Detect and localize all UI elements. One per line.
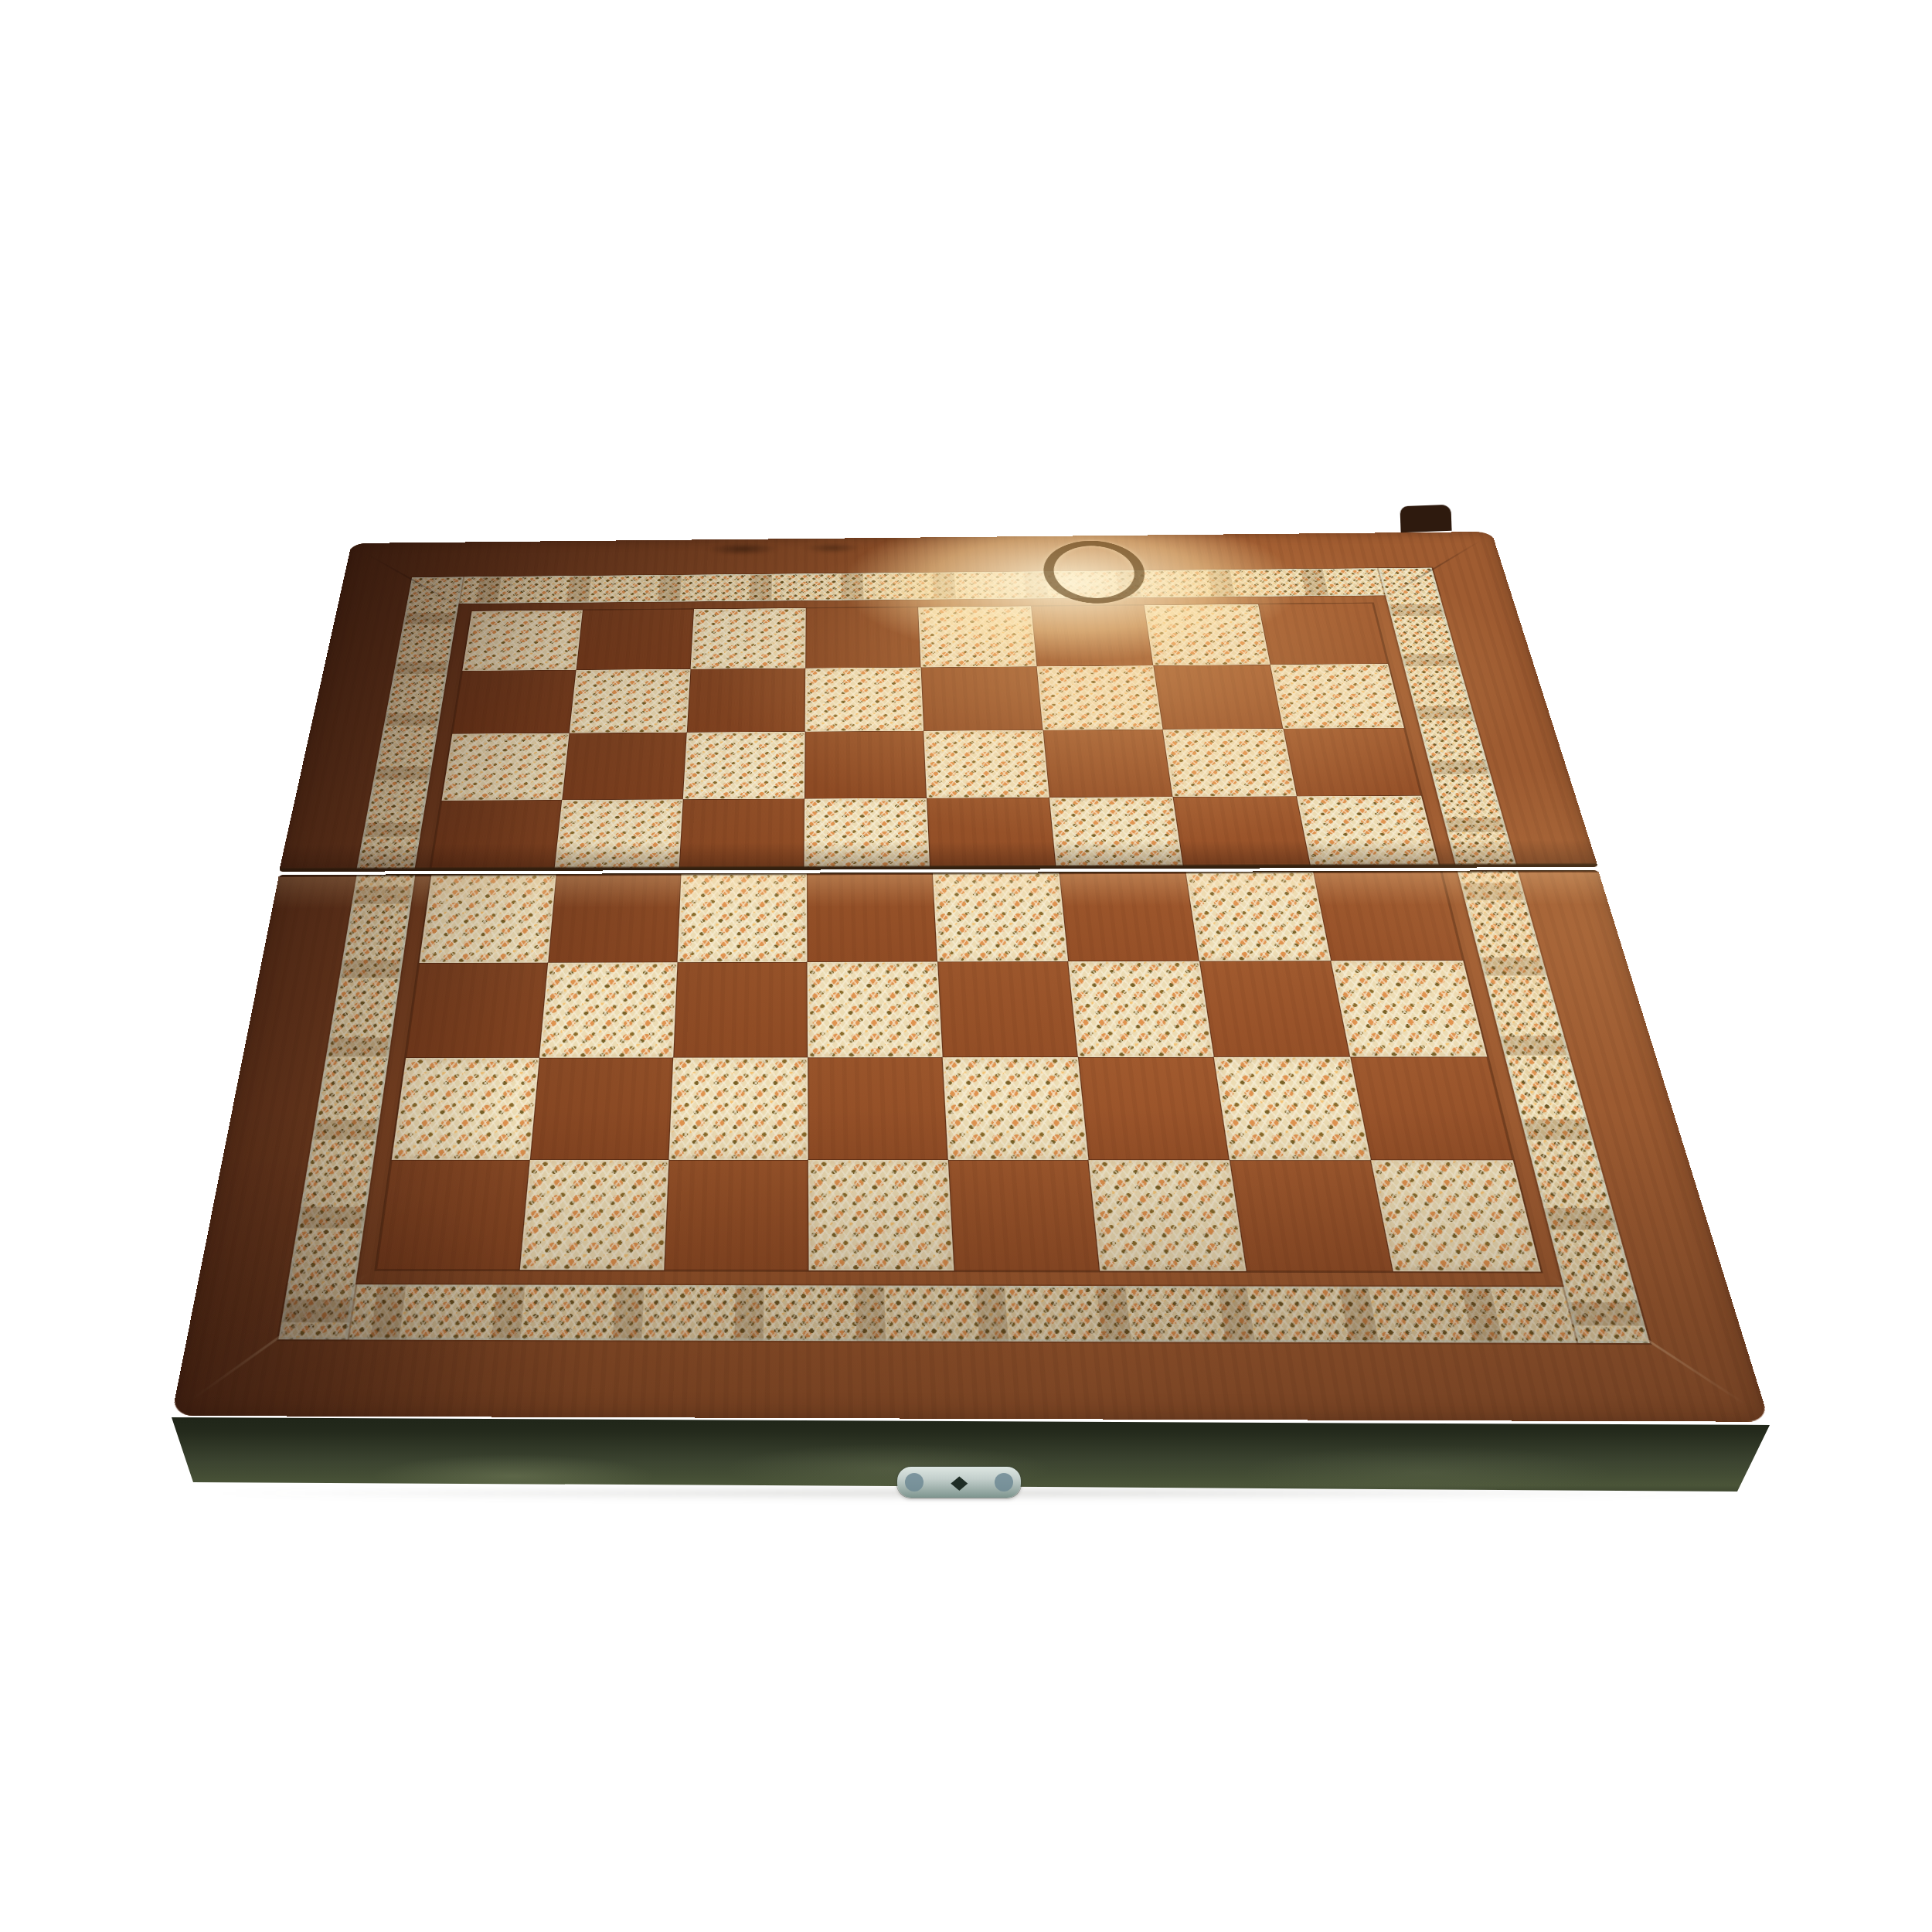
square-a2[interactable] <box>392 1058 539 1160</box>
square-d3[interactable] <box>807 961 942 1057</box>
board-near-half <box>172 870 1770 1422</box>
board-far-half <box>279 532 1598 872</box>
square-a7[interactable] <box>452 670 576 734</box>
square-c3[interactable] <box>673 962 808 1058</box>
square-d1[interactable] <box>808 1160 954 1270</box>
square-f3[interactable] <box>1068 961 1214 1057</box>
square-e2[interactable] <box>943 1057 1089 1160</box>
square-h1[interactable] <box>1371 1160 1541 1271</box>
hinge-bump <box>1400 505 1451 532</box>
square-d6[interactable] <box>804 731 927 799</box>
square-f6[interactable] <box>1043 730 1173 798</box>
khatam-border-bottom <box>278 1284 1650 1343</box>
square-d2[interactable] <box>808 1057 948 1160</box>
hinge-shadow-mark <box>707 543 779 556</box>
chess-field <box>378 604 1525 872</box>
square-h7[interactable] <box>1270 664 1404 729</box>
square-f8[interactable] <box>1031 605 1153 666</box>
chess-field <box>376 870 1541 1272</box>
photo-stage: ◆ <box>0 0 1932 1932</box>
square-f2[interactable] <box>1078 1057 1230 1160</box>
khatam-border-left <box>283 577 463 872</box>
square-g7[interactable] <box>1153 665 1283 730</box>
square-a3[interactable] <box>406 963 548 1058</box>
square-g2[interactable] <box>1214 1057 1371 1161</box>
square-h6[interactable] <box>1283 728 1421 797</box>
square-b6[interactable] <box>562 733 687 800</box>
square-f7[interactable] <box>1037 665 1163 730</box>
square-a1[interactable] <box>376 1160 530 1270</box>
square-e6[interactable] <box>923 730 1049 798</box>
square-e4[interactable] <box>930 869 1063 872</box>
square-e1[interactable] <box>948 1160 1100 1270</box>
square-g8[interactable] <box>1145 604 1270 665</box>
khatam-border-top <box>407 568 1440 604</box>
square-d7[interactable] <box>805 668 924 732</box>
square-c1[interactable] <box>664 1160 808 1270</box>
hinge-shadow-mark <box>804 543 861 554</box>
square-f1[interactable] <box>1088 1160 1246 1271</box>
square-a8[interactable] <box>462 610 583 671</box>
square-c8[interactable] <box>691 608 806 669</box>
square-e7[interactable] <box>921 666 1043 730</box>
latch-rivet-right <box>995 1473 1013 1492</box>
square-h8[interactable] <box>1258 604 1388 665</box>
square-g1[interactable] <box>1230 1160 1393 1271</box>
square-c2[interactable] <box>668 1057 808 1160</box>
square-e8[interactable] <box>918 606 1037 667</box>
square-e3[interactable] <box>937 961 1078 1057</box>
metal-latch-clasp[interactable]: ◆ <box>897 1467 1021 1498</box>
square-d8[interactable] <box>805 607 920 668</box>
square-c7[interactable] <box>687 668 805 733</box>
square-b8[interactable] <box>577 609 694 670</box>
square-c6[interactable] <box>683 732 805 800</box>
square-g6[interactable] <box>1163 729 1297 797</box>
square-h2[interactable] <box>1350 1056 1513 1160</box>
latch-keyhole-icon: ◆ <box>951 1473 968 1492</box>
latch-rivet-left <box>905 1473 923 1492</box>
square-b1[interactable] <box>520 1160 669 1270</box>
board-design <box>172 870 1770 1422</box>
fold-seam-highlight <box>272 872 1608 909</box>
square-b2[interactable] <box>530 1058 673 1160</box>
square-g3[interactable] <box>1199 961 1350 1057</box>
board-design <box>279 532 1598 872</box>
square-h3[interactable] <box>1331 961 1487 1057</box>
square-b7[interactable] <box>570 669 691 733</box>
square-b3[interactable] <box>539 962 678 1057</box>
square-a6[interactable] <box>442 733 570 801</box>
